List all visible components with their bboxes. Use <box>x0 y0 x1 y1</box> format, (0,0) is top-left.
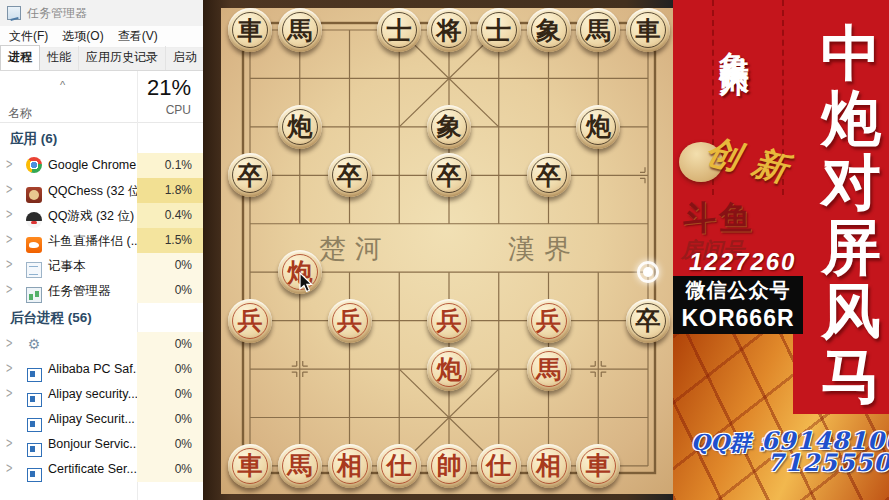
tab-bar: 进程性能应用历史记录启动用户详细信息 <box>0 48 203 71</box>
cpu-value-cell: 0.4% <box>137 203 203 228</box>
black-piece-卒[interactable]: 卒 <box>427 153 471 197</box>
expand-chevron-icon[interactable]: > <box>6 434 12 451</box>
black-piece-士[interactable]: 士 <box>477 8 521 52</box>
piece-character: 車 <box>636 18 661 43</box>
black-piece-車[interactable]: 車 <box>228 8 272 52</box>
piece-character: 士 <box>486 18 511 43</box>
piece-character: 帥 <box>437 453 462 478</box>
main-title-char: 炮 <box>813 89 889 149</box>
red-piece-仕[interactable]: 仕 <box>377 444 421 488</box>
process-list: 应用 (6)>Google Chrome0.1%>QQChess (32 位)1… <box>0 124 203 482</box>
piece-character: 卒 <box>536 163 561 188</box>
douyu-logo: 斗鱼 <box>683 196 755 241</box>
piece-character: 炮 <box>287 114 312 139</box>
main-title-char: 风 <box>813 282 889 342</box>
red-piece-車[interactable]: 車 <box>576 444 620 488</box>
service-icon <box>26 441 42 457</box>
qqchess-icon <box>26 187 42 203</box>
main-title-char: 中 <box>813 24 889 84</box>
screen: 任务管理器 文件(F) 选项(O) 查看(V) 进程性能应用历史记录启动用户详细… <box>0 0 889 500</box>
tab-1[interactable]: 进程 <box>0 45 40 70</box>
piece-character: 車 <box>238 18 263 43</box>
red-piece-帥[interactable]: 帥 <box>427 444 471 488</box>
process-row[interactable]: Alipay Securit...0% <box>0 407 203 432</box>
qqgame-icon <box>26 212 42 228</box>
chrome-icon <box>26 157 42 173</box>
cpu-value-cell: 1.5% <box>137 228 203 253</box>
process-row[interactable]: >Alipay security...0% <box>0 382 203 407</box>
cpu-value-cell: 0% <box>137 382 203 407</box>
process-row[interactable]: >任务管理器0% <box>0 278 203 303</box>
piece-character: 相 <box>536 453 561 478</box>
task-manager-window: 任务管理器 文件(F) 选项(O) 查看(V) 进程性能应用历史记录启动用户详细… <box>0 0 203 500</box>
red-piece-兵[interactable]: 兵 <box>427 299 471 343</box>
mouse-cursor <box>299 272 315 294</box>
red-piece-兵[interactable]: 兵 <box>328 299 372 343</box>
room-number: 1227260 <box>689 248 796 276</box>
piece-character: 炮 <box>586 114 611 139</box>
piece-character: 卒 <box>636 308 661 333</box>
black-piece-卒[interactable]: 卒 <box>228 153 272 197</box>
wechat-strip: 微信公众号 KOR666R <box>673 276 803 334</box>
expand-chevron-icon[interactable]: > <box>6 334 12 351</box>
piece-character: 仕 <box>387 453 412 478</box>
task-manager-icon <box>7 6 21 20</box>
expand-chevron-icon[interactable]: > <box>6 459 12 476</box>
black-piece-馬[interactable]: 馬 <box>576 8 620 52</box>
cpu-total-percent[interactable]: 21% <box>147 75 191 101</box>
gear-icon: ⚙ <box>26 336 42 352</box>
piece-character: 象 <box>437 114 462 139</box>
service-icon <box>26 466 42 482</box>
expand-chevron-icon[interactable]: > <box>6 180 12 197</box>
douyu-icon <box>26 237 42 253</box>
banner-subtitle: 象棋大师 <box>713 28 754 48</box>
main-title-char: 马 <box>813 347 889 407</box>
expand-chevron-icon[interactable]: > <box>6 255 12 272</box>
expand-chevron-icon[interactable]: > <box>6 359 12 376</box>
black-piece-士[interactable]: 士 <box>377 8 421 52</box>
black-piece-炮[interactable]: 炮 <box>576 105 620 149</box>
red-piece-車[interactable]: 車 <box>228 444 272 488</box>
main-title-char: 对 <box>813 153 889 213</box>
piece-character: 馬 <box>586 18 611 43</box>
menu-options[interactable]: 选项(O) <box>62 28 103 45</box>
piece-character: 車 <box>238 453 263 478</box>
piece-character: 馬 <box>287 18 312 43</box>
red-piece-相[interactable]: 相 <box>527 444 571 488</box>
process-name: Certificate Ser... <box>48 462 137 476</box>
cpu-value-cell: 0% <box>137 457 203 482</box>
process-row[interactable]: >Google Chrome0.1% <box>0 153 203 178</box>
piece-character: 炮 <box>437 357 462 382</box>
piece-character: 相 <box>337 453 362 478</box>
red-piece-兵[interactable]: 兵 <box>228 299 272 343</box>
red-piece-馬[interactable]: 馬 <box>527 347 571 391</box>
cpu-value-cell: 1.8% <box>137 178 203 203</box>
menu-view[interactable]: 查看(V) <box>118 28 158 45</box>
cpu-column-header[interactable]: CPU <box>166 103 191 117</box>
xiangqi-board[interactable]: 楚河 漢界 車馬士将士象馬車炮象炮卒卒卒卒炮兵兵兵兵卒炮馬車馬相仕帥仕相車 <box>203 0 673 500</box>
river-label-right: 漢界 <box>508 233 580 264</box>
window-title: 任务管理器 <box>27 5 87 22</box>
river-label-left: 楚河 <box>319 233 391 264</box>
piece-character: 卒 <box>238 163 263 188</box>
expand-chevron-icon[interactable]: > <box>6 230 12 247</box>
stream-banner: 象棋大师 创新 斗鱼 房间号 1227260 微信公众号 KOR666R 中炮对… <box>673 0 889 500</box>
piece-character: 象 <box>536 18 561 43</box>
black-piece-車[interactable]: 車 <box>626 8 670 52</box>
piece-character: 将 <box>437 18 462 43</box>
service-icon <box>26 416 42 432</box>
service-icon <box>26 391 42 407</box>
menu-file[interactable]: 文件(F) <box>9 28 48 45</box>
process-row[interactable]: >记事本0% <box>0 253 203 278</box>
process-name: 记事本 <box>48 258 86 275</box>
piece-character: 兵 <box>437 308 462 333</box>
sort-indicator-icon[interactable]: ^ <box>60 79 65 91</box>
section-header[interactable]: 应用 (6) <box>0 124 203 153</box>
service-icon <box>26 366 42 382</box>
black-piece-馬[interactable]: 馬 <box>278 8 322 52</box>
piece-character: 馬 <box>536 357 561 382</box>
expand-chevron-icon[interactable]: > <box>6 205 12 222</box>
calligraphy-text: 创新 <box>701 128 829 202</box>
name-column-header[interactable]: 名称 <box>8 105 32 122</box>
red-piece-仕[interactable]: 仕 <box>477 444 521 488</box>
wechat-id: KOR666R <box>673 305 803 331</box>
tab-4[interactable]: 启动 <box>166 46 203 70</box>
cpu-value-cell: 0% <box>137 278 203 303</box>
process-name: QQ游戏 (32 位) <box>48 208 134 225</box>
cpu-value-cell: 0% <box>137 357 203 382</box>
process-name: 斗鱼直播伴侣 (... <box>48 233 141 250</box>
process-row[interactable]: >斗鱼直播伴侣 (...1.5% <box>0 228 203 253</box>
process-row[interactable]: >QQChess (32 位)1.8% <box>0 178 203 203</box>
process-name: Alibaba PC Saf... <box>48 362 143 376</box>
piece-character: 車 <box>586 453 611 478</box>
process-row[interactable]: >QQ游戏 (32 位)0.4% <box>0 203 203 228</box>
wechat-label: 微信公众号 <box>673 276 803 305</box>
tab-2[interactable]: 性能 <box>40 46 79 70</box>
cpu-value-cell: 0% <box>137 253 203 278</box>
piece-character: 兵 <box>238 308 263 333</box>
cpu-value-cell: 0.1% <box>137 153 203 178</box>
process-name: 任务管理器 <box>48 283 111 300</box>
black-piece-卒[interactable]: 卒 <box>527 153 571 197</box>
process-row[interactable]: >Certificate Ser...0% <box>0 457 203 482</box>
process-name: Alipay security... <box>48 387 138 401</box>
black-piece-卒[interactable]: 卒 <box>626 299 670 343</box>
process-row[interactable]: >Bonjour Servic...0% <box>0 432 203 457</box>
black-piece-将[interactable]: 将 <box>427 8 471 52</box>
cpu-value-cell: 0% <box>137 432 203 457</box>
section-header[interactable]: 后台进程 (56) <box>0 303 203 332</box>
piece-character: 卒 <box>437 163 462 188</box>
black-piece-象[interactable]: 象 <box>427 105 471 149</box>
piece-character: 卒 <box>337 163 362 188</box>
expand-chevron-icon[interactable]: > <box>6 155 12 172</box>
red-piece-炮[interactable]: 炮 <box>427 347 471 391</box>
black-piece-炮[interactable]: 炮 <box>278 105 322 149</box>
cpu-value-cell: 0% <box>137 407 203 432</box>
piece-character: 士 <box>387 18 412 43</box>
black-piece-卒[interactable]: 卒 <box>328 153 372 197</box>
red-piece-兵[interactable]: 兵 <box>527 299 571 343</box>
expand-chevron-icon[interactable]: > <box>6 384 12 401</box>
tab-3[interactable]: 应用历史记录 <box>79 46 166 70</box>
black-piece-象[interactable]: 象 <box>527 8 571 52</box>
red-piece-馬[interactable]: 馬 <box>278 444 322 488</box>
piece-character: 馬 <box>287 453 312 478</box>
cpu-value-cell: 0% <box>137 332 203 357</box>
process-name: QQChess (32 位) <box>48 183 145 200</box>
titlebar[interactable]: 任务管理器 <box>0 0 203 26</box>
piece-character: 兵 <box>536 308 561 333</box>
expand-chevron-icon[interactable]: > <box>6 280 12 297</box>
red-piece-相[interactable]: 相 <box>328 444 372 488</box>
board-grid: 楚河 漢界 <box>203 0 673 500</box>
qq-group-number: 712555099 <box>767 448 889 477</box>
column-header: ^ 21% CPU 名称 <box>0 71 203 123</box>
process-row[interactable]: >Alibaba PC Saf...0% <box>0 357 203 382</box>
process-name: Alipay Securit... <box>48 412 135 426</box>
taskm-icon <box>26 287 42 303</box>
notepad-icon <box>26 262 42 278</box>
process-name: Google Chrome <box>48 158 136 172</box>
process-name: Bonjour Servic... <box>48 437 140 451</box>
piece-character: 仕 <box>486 453 511 478</box>
main-title-char: 屏 <box>813 218 889 278</box>
process-row[interactable]: >⚙0% <box>0 332 203 357</box>
piece-character: 兵 <box>337 308 362 333</box>
